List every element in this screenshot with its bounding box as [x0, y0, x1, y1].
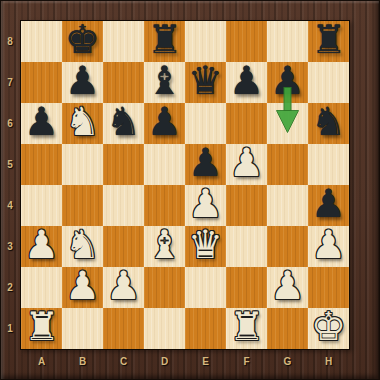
- square-d8[interactable]: ♜: [144, 21, 185, 62]
- piece-white-pawn[interactable]: ♟: [270, 266, 305, 305]
- rank-labels: 87654321: [0, 21, 20, 349]
- square-h7[interactable]: [308, 62, 349, 103]
- square-e8[interactable]: [185, 21, 226, 62]
- square-h6[interactable]: ♞: [308, 103, 349, 144]
- square-d5[interactable]: [144, 144, 185, 185]
- file-label-g: G: [267, 352, 308, 370]
- piece-black-knight[interactable]: ♞: [106, 102, 141, 141]
- square-g7[interactable]: ♟: [267, 62, 308, 103]
- square-f8[interactable]: [226, 21, 267, 62]
- rank-label-1: 1: [0, 308, 20, 349]
- square-h1[interactable]: ♚: [308, 308, 349, 349]
- square-a7[interactable]: [21, 62, 62, 103]
- square-f6[interactable]: [226, 103, 267, 144]
- square-b7[interactable]: ♟: [62, 62, 103, 103]
- square-e6[interactable]: [185, 103, 226, 144]
- file-label-f: F: [226, 352, 267, 370]
- square-g6[interactable]: [267, 103, 308, 144]
- square-g5[interactable]: [267, 144, 308, 185]
- piece-white-pawn[interactable]: ♟: [311, 225, 346, 264]
- rank-label-7: 7: [0, 62, 20, 103]
- piece-black-pawn[interactable]: ♟: [65, 61, 100, 100]
- piece-white-pawn[interactable]: ♟: [188, 184, 223, 223]
- chess-board[interactable]: ♚♜♜♟♝♛♟♟♟♞♞♟♞♟♟♟♟♟♞♝♛♟♟♟♟♜♜♚: [20, 20, 350, 350]
- square-c1[interactable]: [103, 308, 144, 349]
- square-c4[interactable]: [103, 185, 144, 226]
- square-g3[interactable]: [267, 226, 308, 267]
- square-c6[interactable]: ♞: [103, 103, 144, 144]
- file-label-d: D: [144, 352, 185, 370]
- square-a1[interactable]: ♜: [21, 308, 62, 349]
- square-d4[interactable]: [144, 185, 185, 226]
- rank-label-6: 6: [0, 103, 20, 144]
- square-f1[interactable]: ♜: [226, 308, 267, 349]
- square-e4[interactable]: ♟: [185, 185, 226, 226]
- piece-black-pawn[interactable]: ♟: [24, 102, 59, 141]
- rank-label-8: 8: [0, 21, 20, 62]
- square-f2[interactable]: [226, 267, 267, 308]
- square-f7[interactable]: ♟: [226, 62, 267, 103]
- square-e1[interactable]: [185, 308, 226, 349]
- piece-black-pawn[interactable]: ♟: [270, 61, 305, 100]
- square-h4[interactable]: ♟: [308, 185, 349, 226]
- square-e2[interactable]: [185, 267, 226, 308]
- square-b5[interactable]: [62, 144, 103, 185]
- square-a5[interactable]: [21, 144, 62, 185]
- square-f5[interactable]: ♟: [226, 144, 267, 185]
- piece-black-knight[interactable]: ♞: [311, 102, 346, 141]
- square-e3[interactable]: ♛: [185, 226, 226, 267]
- square-e5[interactable]: ♟: [185, 144, 226, 185]
- rank-label-4: 4: [0, 185, 20, 226]
- square-e7[interactable]: ♛: [185, 62, 226, 103]
- square-b6[interactable]: ♞: [62, 103, 103, 144]
- piece-white-rook[interactable]: ♜: [229, 307, 264, 346]
- square-g1[interactable]: [267, 308, 308, 349]
- square-g2[interactable]: ♟: [267, 267, 308, 308]
- file-label-a: A: [21, 352, 62, 370]
- square-a4[interactable]: [21, 185, 62, 226]
- piece-white-pawn[interactable]: ♟: [106, 266, 141, 305]
- piece-white-rook[interactable]: ♜: [24, 307, 59, 346]
- square-f4[interactable]: [226, 185, 267, 226]
- file-label-b: B: [62, 352, 103, 370]
- piece-black-pawn[interactable]: ♟: [147, 102, 182, 141]
- file-label-c: C: [103, 352, 144, 370]
- square-c8[interactable]: [103, 21, 144, 62]
- rank-label-3: 3: [0, 226, 20, 267]
- piece-white-bishop[interactable]: ♝: [147, 225, 182, 264]
- square-a2[interactable]: [21, 267, 62, 308]
- square-c3[interactable]: [103, 226, 144, 267]
- square-a8[interactable]: [21, 21, 62, 62]
- square-a3[interactable]: ♟: [21, 226, 62, 267]
- square-d6[interactable]: ♟: [144, 103, 185, 144]
- square-g4[interactable]: [267, 185, 308, 226]
- piece-black-king[interactable]: ♚: [65, 20, 100, 59]
- square-a6[interactable]: ♟: [21, 103, 62, 144]
- piece-black-bishop[interactable]: ♝: [147, 61, 182, 100]
- piece-white-knight[interactable]: ♞: [65, 102, 100, 141]
- file-label-h: H: [308, 352, 349, 370]
- square-b4[interactable]: [62, 185, 103, 226]
- square-d1[interactable]: [144, 308, 185, 349]
- rank-label-5: 5: [0, 144, 20, 185]
- square-f3[interactable]: [226, 226, 267, 267]
- square-h5[interactable]: [308, 144, 349, 185]
- piece-white-pawn[interactable]: ♟: [229, 143, 264, 182]
- square-c2[interactable]: ♟: [103, 267, 144, 308]
- piece-white-queen[interactable]: ♛: [188, 225, 223, 264]
- square-c5[interactable]: [103, 144, 144, 185]
- piece-black-rook[interactable]: ♜: [311, 20, 346, 59]
- rank-label-2: 2: [0, 267, 20, 308]
- square-b2[interactable]: ♟: [62, 267, 103, 308]
- file-label-e: E: [185, 352, 226, 370]
- piece-black-pawn[interactable]: ♟: [188, 143, 223, 182]
- piece-white-king[interactable]: ♚: [311, 307, 346, 346]
- piece-black-rook[interactable]: ♜: [147, 20, 182, 59]
- file-labels: ABCDEFGH: [21, 352, 349, 370]
- piece-black-pawn[interactable]: ♟: [311, 184, 346, 223]
- square-h3[interactable]: ♟: [308, 226, 349, 267]
- square-b1[interactable]: [62, 308, 103, 349]
- piece-white-knight[interactable]: ♞: [65, 225, 100, 264]
- square-b3[interactable]: ♞: [62, 226, 103, 267]
- piece-white-pawn[interactable]: ♟: [24, 225, 59, 264]
- square-b8[interactable]: ♚: [62, 21, 103, 62]
- piece-black-queen[interactable]: ♛: [188, 61, 223, 100]
- square-c7[interactable]: [103, 62, 144, 103]
- square-g8[interactable]: [267, 21, 308, 62]
- square-d3[interactable]: ♝: [144, 226, 185, 267]
- square-d2[interactable]: [144, 267, 185, 308]
- square-h2[interactable]: [308, 267, 349, 308]
- piece-white-pawn[interactable]: ♟: [65, 266, 100, 305]
- square-h8[interactable]: ♜: [308, 21, 349, 62]
- piece-black-pawn[interactable]: ♟: [229, 61, 264, 100]
- square-d7[interactable]: ♝: [144, 62, 185, 103]
